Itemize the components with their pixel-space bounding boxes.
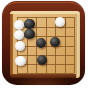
- white-stone: [15, 56, 26, 67]
- go-app-icon[interactable]: [2, 1, 85, 85]
- grid-line-vertical: [74, 17, 75, 73]
- white-stone: [14, 30, 25, 41]
- grid-line-horizontal: [17, 46, 74, 47]
- grid-line-horizontal: [17, 64, 74, 65]
- grid-line-horizontal: [17, 17, 74, 18]
- white-stone: [15, 41, 26, 52]
- white-stone: [14, 20, 25, 31]
- black-stone: [24, 29, 35, 40]
- grid-line-horizontal: [17, 73, 74, 74]
- screenshot: [0, 0, 88, 88]
- board-grid-and-stones-layer: [2, 1, 85, 85]
- black-stone: [24, 19, 35, 30]
